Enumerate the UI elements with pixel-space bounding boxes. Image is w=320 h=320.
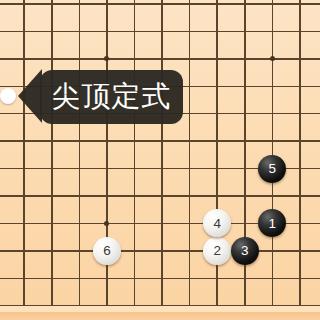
star-point	[270, 56, 275, 61]
grid-vertical-line	[134, 0, 136, 306]
grid-horizontal-line	[0, 3, 320, 5]
black-stone-3: 3	[231, 237, 259, 265]
go-app-screen: 123456 尖顶定式	[0, 0, 320, 320]
white-stone-2: 2	[203, 237, 231, 265]
go-board[interactable]: 123456	[0, 0, 320, 320]
grid-vertical-line	[23, 0, 25, 306]
stone-move-number: 6	[103, 244, 111, 258]
grid-vertical-line	[161, 0, 163, 306]
grid-horizontal-line	[0, 278, 320, 280]
star-point	[104, 56, 109, 61]
joseki-tooltip-label: 尖顶定式	[52, 77, 172, 117]
board-bottom-edge-side	[0, 312, 320, 320]
white-stone-4: 4	[203, 209, 231, 237]
joseki-tooltip-arrow	[18, 69, 42, 123]
grid-horizontal-line	[0, 31, 320, 33]
stone-move-number: 3	[241, 244, 249, 258]
stone-move-number: 4	[213, 217, 221, 231]
grid-horizontal-line	[0, 250, 320, 252]
white-stone-marker-dot	[0, 88, 16, 104]
stone-move-number: 2	[213, 244, 221, 258]
stone-move-number: 1	[269, 217, 277, 231]
black-stone-1: 1	[258, 209, 286, 237]
grid-vertical-line	[51, 0, 53, 306]
stone-move-number: 5	[269, 162, 277, 176]
white-stone-6: 6	[93, 237, 121, 265]
star-point	[104, 221, 109, 226]
joseki-tooltip: 尖顶定式	[40, 70, 183, 124]
grid-horizontal-line	[0, 195, 320, 197]
grid-horizontal-line	[0, 140, 320, 142]
grid-vertical-line	[79, 0, 81, 306]
grid-vertical-line	[299, 0, 301, 306]
grid-vertical-line	[189, 0, 191, 306]
grid-vertical-line	[272, 0, 274, 306]
black-stone-5: 5	[258, 155, 286, 183]
